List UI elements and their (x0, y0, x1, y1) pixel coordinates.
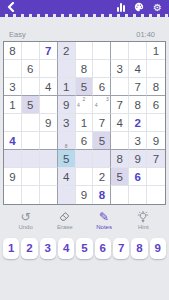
cell-r6c3[interactable] (40, 132, 58, 150)
stats-icon[interactable] (117, 3, 125, 12)
numpad-3[interactable]: 3 (40, 238, 56, 259)
status-row: Easy 01:40 (0, 17, 169, 41)
cell-r8c2[interactable] (22, 168, 40, 186)
header-bar: ⚙ (0, 0, 169, 14)
cell-r8c9[interactable] (147, 168, 165, 186)
cell-r5c1[interactable] (4, 114, 22, 132)
cell-r4c2[interactable]: 5 (22, 96, 40, 114)
cell-r1c4[interactable]: 2 (58, 42, 76, 60)
cell-r4c6[interactable]: 34 (93, 96, 111, 114)
cell-r9c1[interactable] (4, 186, 22, 204)
erase-button[interactable]: Erase (45, 210, 84, 236)
cell-r6c6[interactable]: 5 (93, 132, 111, 150)
cell-r9c2[interactable] (22, 186, 40, 204)
numpad-5[interactable]: 5 (76, 238, 92, 259)
cell-r6c4[interactable]: 8 (58, 132, 76, 150)
cell-r1c6[interactable] (93, 42, 111, 60)
numpad-6[interactable]: 6 (95, 238, 111, 259)
cell-r9c9[interactable] (147, 186, 165, 204)
pencil-icon: ✎ (99, 210, 109, 223)
pencil-notes: 8 (58, 132, 75, 149)
pencil-notes: 34 (93, 96, 110, 113)
cell-r4c8[interactable]: 8 (129, 96, 147, 114)
cell-r5c5[interactable]: 1 (76, 114, 94, 132)
cell-r9c5[interactable]: 9 (76, 186, 94, 204)
cell-r5c3[interactable]: 9 (40, 114, 58, 132)
cell-r1c2[interactable] (22, 42, 40, 60)
numpad-7[interactable]: 7 (113, 238, 129, 259)
cell-r7c4[interactable]: 5 (58, 150, 76, 168)
cell-r3c4[interactable]: 1 (58, 78, 76, 96)
cell-r9c4[interactable] (58, 186, 76, 204)
cell-r5c6[interactable]: 7 (93, 114, 111, 132)
cell-r1c7[interactable] (111, 42, 129, 60)
hint-button[interactable]: Hint (124, 210, 163, 236)
cell-r9c7[interactable] (111, 186, 129, 204)
numpad-2[interactable]: 2 (21, 238, 37, 259)
cell-r4c5[interactable]: 24 (76, 96, 94, 114)
cell-r8c8[interactable]: 6 (129, 168, 147, 186)
hint-label: Hint (138, 224, 149, 230)
cell-r2c5[interactable]: 8 (76, 60, 94, 78)
cell-r7c7[interactable]: 8 (111, 150, 129, 168)
cell-r1c3[interactable]: 7 (40, 42, 58, 60)
cell-r2c8[interactable]: 4 (129, 60, 147, 78)
cell-r1c1[interactable]: 8 (4, 42, 22, 60)
timer: 01:40 (136, 30, 155, 39)
lightbulb-icon (137, 210, 149, 223)
cell-r4c9[interactable]: 6 (147, 96, 165, 114)
cell-r4c3[interactable] (40, 96, 58, 114)
numpad-8[interactable]: 8 (131, 238, 147, 259)
cell-r8c6[interactable]: 2 (93, 168, 111, 186)
cell-r8c5[interactable] (76, 168, 94, 186)
cell-r8c4[interactable]: 4 (58, 168, 76, 186)
cell-r7c6[interactable] (93, 150, 111, 168)
cell-r2c9[interactable] (147, 60, 165, 78)
cell-r7c2[interactable] (22, 150, 40, 168)
cell-r2c7[interactable]: 3 (111, 60, 129, 78)
cell-r8c1[interactable]: 9 (4, 168, 22, 186)
back-button[interactable] (7, 2, 15, 12)
cell-r2c4[interactable] (58, 60, 76, 78)
cell-r3c8[interactable]: 7 (129, 78, 147, 96)
cell-r6c5[interactable]: 6 (76, 132, 94, 150)
number-pad: 123456789 (0, 236, 169, 259)
cell-r5c2[interactable] (22, 114, 40, 132)
cell-r9c8[interactable] (129, 186, 147, 204)
cell-r2c6[interactable] (93, 60, 111, 78)
cell-r2c1[interactable] (4, 60, 22, 78)
cell-r9c3[interactable] (40, 186, 58, 204)
cell-r2c3[interactable] (40, 60, 58, 78)
erase-label: Erase (57, 224, 73, 230)
numpad-1[interactable]: 1 (3, 238, 19, 259)
cell-r6c9[interactable]: 9 (147, 132, 165, 150)
cell-r4c4[interactable]: 9 (58, 96, 76, 114)
cell-r5c8[interactable]: 2 (129, 114, 147, 132)
cell-r3c5[interactable]: 5 (76, 78, 94, 96)
notes-button[interactable]: ✎ Notes (85, 210, 124, 236)
cell-r8c3[interactable] (40, 168, 58, 186)
cell-r5c9[interactable] (147, 114, 165, 132)
notes-label: Notes (96, 224, 112, 230)
cell-r6c7[interactable] (111, 132, 129, 150)
cell-r2c2[interactable]: 6 (22, 60, 40, 78)
cell-r3c3[interactable]: 4 (40, 78, 58, 96)
cell-r4c7[interactable]: 7 (111, 96, 129, 114)
undo-icon: ↺ (21, 210, 31, 223)
cell-r5c4[interactable]: 3 (58, 114, 76, 132)
cell-r7c5[interactable] (76, 150, 94, 168)
numpad-9[interactable]: 9 (150, 238, 166, 259)
cell-r7c3[interactable] (40, 150, 58, 168)
cell-r3c1[interactable]: 3 (4, 78, 22, 96)
cell-r7c9[interactable]: 7 (147, 150, 165, 168)
cell-r1c8[interactable] (129, 42, 147, 60)
cell-r1c5[interactable] (76, 42, 94, 60)
back-chevron-icon (7, 2, 15, 12)
cell-r3c2[interactable] (22, 78, 40, 96)
cell-r5c7[interactable]: 4 (111, 114, 129, 132)
difficulty-label: Easy (9, 30, 26, 39)
palette-icon[interactable] (134, 2, 144, 12)
cell-r4c1[interactable]: 1 (4, 96, 22, 114)
pencil-notes: 24 (76, 96, 93, 113)
cell-r8c7[interactable]: 5 (111, 168, 129, 186)
sudoku-board[interactable]: 8721683434156781592434786931742486539589… (3, 41, 166, 205)
cell-r9c6[interactable]: 8 (93, 186, 111, 204)
cell-r1c9[interactable]: 1 (147, 42, 165, 60)
cell-r7c8[interactable]: 9 (129, 150, 147, 168)
cell-r3c7[interactable] (111, 78, 129, 96)
cell-r3c9[interactable]: 8 (147, 78, 165, 96)
settings-icon[interactable]: ⚙ (153, 3, 162, 12)
cell-r6c8[interactable]: 3 (129, 132, 147, 150)
cell-r7c1[interactable] (4, 150, 22, 168)
cell-r6c1[interactable]: 4 (4, 132, 22, 150)
eraser-icon (59, 210, 70, 223)
cell-r6c2[interactable] (22, 132, 40, 150)
undo-label: Undo (18, 224, 32, 230)
toolbar: ↺ Undo Erase ✎ Notes Hint (0, 205, 169, 236)
numpad-4[interactable]: 4 (58, 238, 74, 259)
undo-button[interactable]: ↺ Undo (6, 210, 45, 236)
cell-r3c6[interactable]: 6 (93, 78, 111, 96)
